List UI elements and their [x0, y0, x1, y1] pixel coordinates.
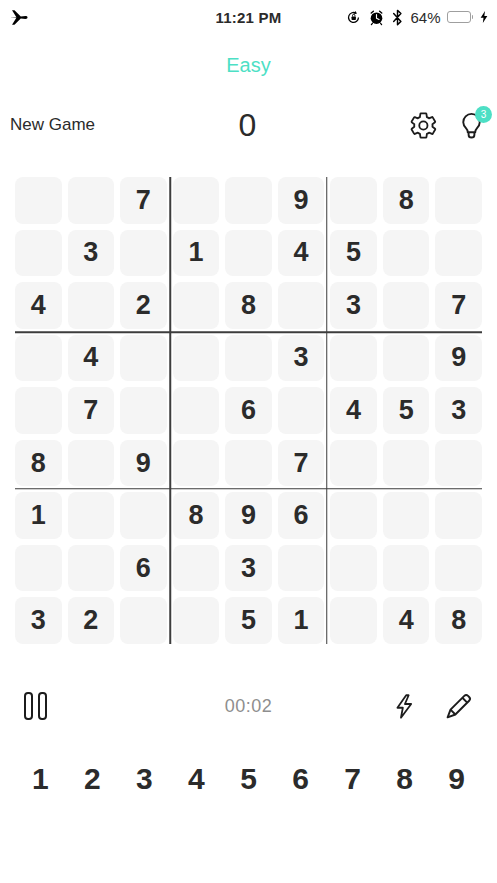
sudoku-cell[interactable]	[278, 545, 325, 592]
sudoku-cell[interactable]: 6	[225, 387, 272, 434]
sudoku-cell[interactable]	[225, 440, 272, 487]
sudoku-cell[interactable]	[225, 230, 272, 277]
sudoku-cell[interactable]	[330, 492, 377, 539]
sudoku-cell[interactable]	[173, 545, 220, 592]
sudoku-cell[interactable]: 9	[278, 177, 325, 224]
sudoku-cell[interactable]: 4	[330, 387, 377, 434]
sudoku-cell[interactable]: 8	[225, 282, 272, 329]
sudoku-cell[interactable]	[15, 230, 62, 277]
sudoku-cell[interactable]	[68, 282, 115, 329]
sudoku-cell[interactable]	[330, 177, 377, 224]
controls-bar: 00:02	[0, 683, 497, 729]
sudoku-cell[interactable]	[173, 597, 220, 644]
sudoku-cell[interactable]	[120, 492, 167, 539]
sudoku-cell[interactable]	[435, 492, 482, 539]
sudoku-cell[interactable]	[435, 440, 482, 487]
sudoku-cell[interactable]: 1	[173, 230, 220, 277]
numpad-button-3[interactable]: 3	[134, 762, 155, 796]
sudoku-cell[interactable]	[120, 230, 167, 277]
timer-display: 00:02	[225, 696, 273, 717]
sudoku-cell[interactable]: 2	[68, 597, 115, 644]
numpad-button-4[interactable]: 4	[186, 762, 207, 796]
sudoku-cell[interactable]: 3	[435, 387, 482, 434]
box-divider-vertical-2	[326, 177, 328, 644]
sudoku-cell[interactable]	[68, 545, 115, 592]
sudoku-cell[interactable]: 7	[278, 440, 325, 487]
sudoku-cell[interactable]: 3	[278, 335, 325, 382]
sudoku-cell[interactable]: 8	[15, 440, 62, 487]
difficulty-label: Easy	[0, 54, 497, 77]
sudoku-cell[interactable]: 3	[68, 230, 115, 277]
sudoku-cell[interactable]	[173, 177, 220, 224]
sudoku-cell[interactable]	[383, 335, 430, 382]
sudoku-cell[interactable]	[15, 387, 62, 434]
sudoku-cell[interactable]: 8	[383, 177, 430, 224]
sudoku-cell[interactable]	[173, 335, 220, 382]
sudoku-cell[interactable]	[278, 387, 325, 434]
sudoku-cell[interactable]: 1	[278, 597, 325, 644]
sudoku-cell[interactable]	[68, 492, 115, 539]
sudoku-cell[interactable]: 5	[383, 387, 430, 434]
box-divider-horizontal-1	[15, 332, 482, 334]
sudoku-cell[interactable]	[330, 440, 377, 487]
lightning-icon	[392, 692, 417, 721]
new-game-button[interactable]: New Game	[10, 115, 95, 135]
sudoku-cell[interactable]	[173, 282, 220, 329]
numpad-button-6[interactable]: 6	[290, 762, 311, 796]
header-bar: New Game 0 3	[0, 102, 497, 148]
fast-mode-button[interactable]	[392, 692, 417, 721]
sudoku-cell[interactable]: 4	[278, 230, 325, 277]
numpad-button-8[interactable]: 8	[394, 762, 415, 796]
pencil-icon	[444, 692, 473, 721]
number-pad: 123456789	[0, 762, 497, 796]
sudoku-cell[interactable]: 1	[15, 492, 62, 539]
orientation-lock-icon	[345, 9, 362, 26]
status-bar: 11:21 PM 64%	[0, 0, 497, 32]
airplane-mode-icon	[8, 7, 29, 28]
sudoku-cell[interactable]: 5	[330, 230, 377, 277]
sudoku-cell[interactable]	[173, 440, 220, 487]
notes-button[interactable]	[444, 692, 473, 721]
sudoku-cell[interactable]	[383, 230, 430, 277]
sudoku-cell[interactable]	[15, 545, 62, 592]
sudoku-cell[interactable]	[435, 230, 482, 277]
sudoku-cell[interactable]	[225, 335, 272, 382]
sudoku-cell[interactable]	[15, 335, 62, 382]
sudoku-cell[interactable]: 7	[435, 282, 482, 329]
sudoku-cell[interactable]	[225, 177, 272, 224]
battery-percent: 64%	[410, 9, 440, 26]
sudoku-cell[interactable]: 5	[225, 597, 272, 644]
alarm-icon	[368, 9, 385, 26]
sudoku-cell[interactable]: 4	[15, 282, 62, 329]
numpad-button-1[interactable]: 1	[30, 762, 51, 796]
sudoku-cell[interactable]	[435, 177, 482, 224]
sudoku-cell[interactable]: 6	[120, 545, 167, 592]
sudoku-cell[interactable]: 9	[120, 440, 167, 487]
battery-icon	[447, 11, 474, 23]
box-divider-vertical-1	[170, 177, 172, 644]
sudoku-board: 79831454283743976453897189663325148	[15, 177, 482, 644]
sudoku-cell[interactable]	[330, 597, 377, 644]
charging-bolt-icon	[479, 10, 489, 24]
sudoku-cell[interactable]: 9	[435, 335, 482, 382]
sudoku-cell[interactable]: 3	[330, 282, 377, 329]
sudoku-cell[interactable]	[68, 440, 115, 487]
sudoku-cell[interactable]	[120, 597, 167, 644]
sudoku-cell[interactable]	[120, 387, 167, 434]
sudoku-cell[interactable]	[278, 282, 325, 329]
sudoku-cell[interactable]: 6	[278, 492, 325, 539]
numpad-button-2[interactable]: 2	[82, 762, 103, 796]
pause-icon	[38, 692, 47, 720]
sudoku-cell[interactable]	[383, 440, 430, 487]
sudoku-cell[interactable]	[330, 335, 377, 382]
hint-button[interactable]: 3	[458, 111, 485, 140]
sudoku-cell[interactable]: 8	[435, 597, 482, 644]
sudoku-cell[interactable]	[383, 492, 430, 539]
sudoku-cell[interactable]: 3	[15, 597, 62, 644]
settings-button[interactable]	[409, 111, 438, 140]
pause-icon	[24, 692, 33, 720]
sudoku-cell[interactable]: 9	[225, 492, 272, 539]
sudoku-cell[interactable]	[383, 545, 430, 592]
sudoku-cell[interactable]: 7	[120, 177, 167, 224]
numpad-button-9[interactable]: 9	[446, 762, 467, 796]
sudoku-cell[interactable]	[435, 545, 482, 592]
numpad-button-7[interactable]: 7	[342, 762, 363, 796]
sudoku-cell[interactable]	[330, 545, 377, 592]
sudoku-cell[interactable]	[383, 282, 430, 329]
sudoku-cell[interactable]: 2	[120, 282, 167, 329]
sudoku-cell[interactable]	[15, 177, 62, 224]
sudoku-cell[interactable]: 8	[173, 492, 220, 539]
settings-gear-icon	[409, 111, 438, 140]
sudoku-cell[interactable]: 4	[68, 335, 115, 382]
sudoku-cell[interactable]: 3	[225, 545, 272, 592]
sudoku-cell[interactable]: 4	[383, 597, 430, 644]
numpad-button-5[interactable]: 5	[238, 762, 259, 796]
status-time: 11:21 PM	[216, 9, 282, 26]
bluetooth-icon	[391, 9, 404, 26]
hint-count-badge: 3	[475, 106, 492, 123]
score-counter: 0	[239, 107, 257, 144]
box-divider-horizontal-2	[15, 488, 482, 490]
sudoku-cell[interactable]	[68, 177, 115, 224]
sudoku-cell[interactable]: 7	[68, 387, 115, 434]
sudoku-cell[interactable]	[173, 387, 220, 434]
pause-button[interactable]	[24, 692, 47, 720]
sudoku-cell[interactable]	[120, 335, 167, 382]
